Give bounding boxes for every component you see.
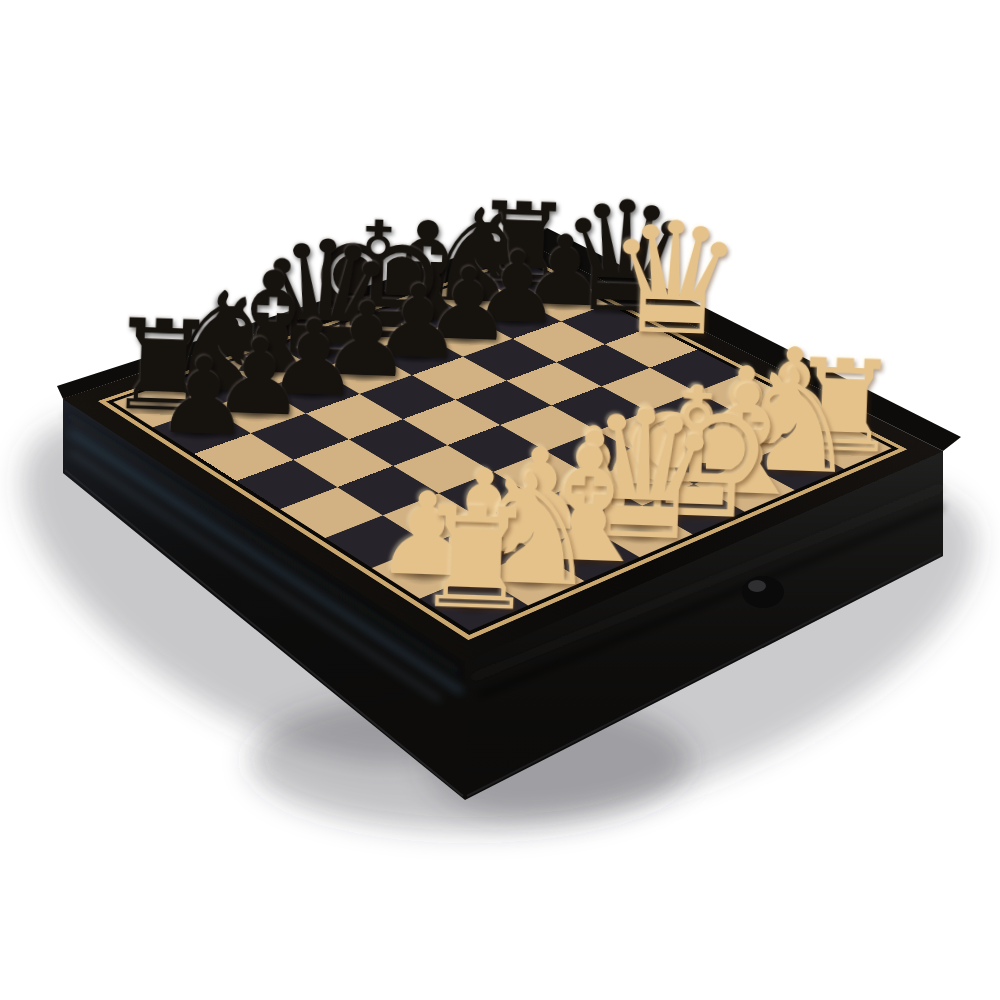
square-a1[interactable]: ♜ bbox=[420, 574, 528, 630]
piece-white-rook-glyph: ♜ bbox=[295, 483, 655, 634]
chess-set-photo: ♜♞♝♛♚♝♞♜♟♟♟♟♟♟♟♟♟♟♟♟♟♟♟♟♜♞♝♛♚♝♞♜ ♛♛ bbox=[0, 0, 1000, 1000]
piece-black-pawn[interactable]: ♟ bbox=[40, 339, 366, 436]
piece-white-rook[interactable]: ♜ bbox=[296, 483, 655, 608]
